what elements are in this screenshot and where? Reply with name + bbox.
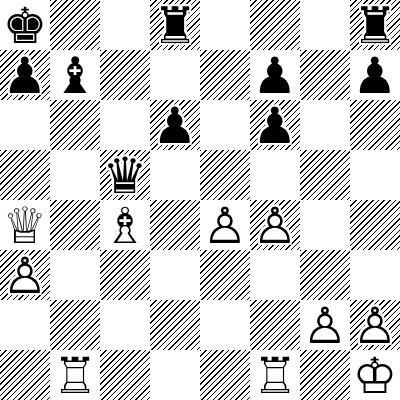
- square-d2[interactable]: [150, 300, 200, 350]
- square-a1[interactable]: [0, 350, 50, 400]
- square-a2[interactable]: [0, 300, 50, 350]
- black-king-icon: ♚: [0, 1, 50, 51]
- black-rook-d8: ♜: [150, 0, 200, 50]
- white-pawn-a3: ♟♙: [0, 250, 50, 300]
- white-king-h1: ♚♔: [350, 350, 400, 400]
- square-d3[interactable]: [150, 250, 200, 300]
- square-b6[interactable]: [50, 100, 100, 150]
- black-pawn-d6: ♟: [150, 100, 200, 150]
- square-b4[interactable]: [50, 200, 100, 250]
- square-h4[interactable]: [350, 200, 400, 250]
- square-g2[interactable]: ♟♙: [300, 300, 350, 350]
- square-d7[interactable]: [150, 50, 200, 100]
- square-a6[interactable]: [0, 100, 50, 150]
- black-pawn-a7: ♟: [0, 50, 50, 100]
- square-h8[interactable]: ♜: [350, 0, 400, 50]
- square-b2[interactable]: [50, 300, 100, 350]
- square-a5[interactable]: [0, 150, 50, 200]
- square-c3[interactable]: [100, 250, 150, 300]
- black-pawn-f7: ♟: [250, 50, 300, 100]
- square-b5[interactable]: [50, 150, 100, 200]
- white-rook-b1: ♜♖: [50, 350, 100, 400]
- white-rook-outline-icon: ♖: [50, 351, 100, 400]
- square-b7[interactable]: ♝: [50, 50, 100, 100]
- square-f1[interactable]: ♜♖: [250, 350, 300, 400]
- square-c8[interactable]: [100, 0, 150, 50]
- black-queen-c5: ♛: [100, 150, 150, 200]
- square-e2[interactable]: [200, 300, 250, 350]
- square-h1[interactable]: ♚♔: [350, 350, 400, 400]
- square-g1[interactable]: [300, 350, 350, 400]
- white-pawn-outline-icon: ♙: [300, 301, 350, 351]
- square-c2[interactable]: [100, 300, 150, 350]
- square-d6[interactable]: ♟: [150, 100, 200, 150]
- square-e4[interactable]: ♟♙: [200, 200, 250, 250]
- square-h3[interactable]: [350, 250, 400, 300]
- white-queen-a4: ♛♕: [0, 200, 50, 250]
- square-h6[interactable]: [350, 100, 400, 150]
- square-e5[interactable]: [200, 150, 250, 200]
- black-queen-icon: ♛: [100, 151, 150, 201]
- black-pawn-icon: ♟: [0, 51, 50, 101]
- black-bishop-b7: ♝: [50, 50, 100, 100]
- square-c1[interactable]: [100, 350, 150, 400]
- square-f7[interactable]: ♟: [250, 50, 300, 100]
- white-pawn-outline-icon: ♙: [250, 201, 300, 251]
- white-bishop-c4: ♝♗: [100, 200, 150, 250]
- square-e1[interactable]: [200, 350, 250, 400]
- white-bishop-outline-icon: ♗: [100, 201, 150, 251]
- square-e7[interactable]: [200, 50, 250, 100]
- square-f3[interactable]: [250, 250, 300, 300]
- black-pawn-h7: ♟: [350, 50, 400, 100]
- square-h2[interactable]: ♟♙: [350, 300, 400, 350]
- square-f5[interactable]: [250, 150, 300, 200]
- white-pawn-outline-icon: ♙: [0, 251, 50, 301]
- square-e8[interactable]: [200, 0, 250, 50]
- square-d8[interactable]: ♜: [150, 0, 200, 50]
- square-g6[interactable]: [300, 100, 350, 150]
- black-rook-icon: ♜: [350, 1, 400, 51]
- black-rook-icon: ♜: [150, 1, 200, 51]
- square-b3[interactable]: [50, 250, 100, 300]
- white-pawn-outline-icon: ♙: [350, 301, 400, 351]
- black-pawn-icon: ♟: [250, 101, 300, 151]
- square-b1[interactable]: ♜♖: [50, 350, 100, 400]
- square-h5[interactable]: [350, 150, 400, 200]
- black-pawn-f6: ♟: [250, 100, 300, 150]
- white-queen-outline-icon: ♕: [0, 201, 50, 251]
- square-a8[interactable]: ♚: [0, 0, 50, 50]
- black-bishop-icon: ♝: [50, 51, 100, 101]
- square-f2[interactable]: [250, 300, 300, 350]
- black-pawn-icon: ♟: [150, 101, 200, 151]
- black-pawn-icon: ♟: [350, 51, 400, 101]
- black-pawn-icon: ♟: [250, 51, 300, 101]
- square-e3[interactable]: [200, 250, 250, 300]
- square-a4[interactable]: ♛♕: [0, 200, 50, 250]
- square-a7[interactable]: ♟: [0, 50, 50, 100]
- square-g5[interactable]: [300, 150, 350, 200]
- white-pawn-outline-icon: ♙: [200, 201, 250, 251]
- white-pawn-f4: ♟♙: [250, 200, 300, 250]
- square-g3[interactable]: [300, 250, 350, 300]
- square-f8[interactable]: [250, 0, 300, 50]
- square-g8[interactable]: [300, 0, 350, 50]
- square-g4[interactable]: [300, 200, 350, 250]
- white-rook-outline-icon: ♖: [250, 351, 300, 400]
- square-d1[interactable]: [150, 350, 200, 400]
- square-g7[interactable]: [300, 50, 350, 100]
- square-c4[interactable]: ♝♗: [100, 200, 150, 250]
- square-a3[interactable]: ♟♙: [0, 250, 50, 300]
- square-f6[interactable]: ♟: [250, 100, 300, 150]
- white-pawn-g2: ♟♙: [300, 300, 350, 350]
- white-rook-f1: ♜♖: [250, 350, 300, 400]
- black-rook-h8: ♜: [350, 0, 400, 50]
- white-pawn-h2: ♟♙: [350, 300, 400, 350]
- square-e6[interactable]: [200, 100, 250, 150]
- square-c6[interactable]: [100, 100, 150, 150]
- chess-board: ♚♜♜♟♝♟♟♟♟♛♛♕♝♗♟♙♟♙♟♙♟♙♟♙♜♖♜♖♚♔: [0, 0, 400, 400]
- square-c7[interactable]: [100, 50, 150, 100]
- square-c5[interactable]: ♛: [100, 150, 150, 200]
- white-king-outline-icon: ♔: [350, 351, 400, 400]
- square-h7[interactable]: ♟: [350, 50, 400, 100]
- square-f4[interactable]: ♟♙: [250, 200, 300, 250]
- square-b8[interactable]: [50, 0, 100, 50]
- white-pawn-e4: ♟♙: [200, 200, 250, 250]
- black-king-a8: ♚: [0, 0, 50, 50]
- square-d4[interactable]: [150, 200, 200, 250]
- square-d5[interactable]: [150, 150, 200, 200]
